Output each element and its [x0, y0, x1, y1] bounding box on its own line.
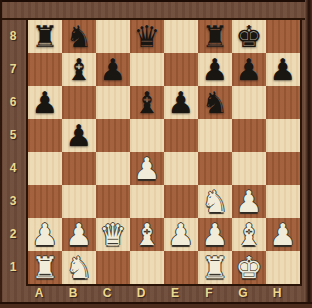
white-pawn[interactable]: ♟: [202, 218, 229, 251]
square-e5[interactable]: [164, 119, 198, 152]
square-h3[interactable]: [266, 185, 300, 218]
square-f3[interactable]: ♞: [198, 185, 232, 218]
square-d3[interactable]: [130, 185, 164, 218]
file-label-F: F: [192, 286, 226, 302]
black-rook[interactable]: ♜: [202, 20, 229, 53]
white-rook[interactable]: ♜: [202, 251, 229, 284]
square-b3[interactable]: [62, 185, 96, 218]
square-f2[interactable]: ♟: [198, 218, 232, 251]
rank-label-2: 2: [2, 218, 24, 251]
square-c3[interactable]: [96, 185, 130, 218]
square-d4[interactable]: ♟: [130, 152, 164, 185]
square-d8[interactable]: ♛: [130, 20, 164, 53]
square-b5[interactable]: ♟: [62, 119, 96, 152]
rank-label-3: 3: [2, 185, 24, 218]
square-f6[interactable]: ♞: [198, 86, 232, 119]
square-e1[interactable]: [164, 251, 198, 284]
square-d6[interactable]: ♝: [130, 86, 164, 119]
square-f8[interactable]: ♜: [198, 20, 232, 53]
square-f1[interactable]: ♜: [198, 251, 232, 284]
square-d1[interactable]: [130, 251, 164, 284]
square-g7[interactable]: ♟: [232, 53, 266, 86]
square-a1[interactable]: ♜: [28, 251, 62, 284]
black-pawn[interactable]: ♟: [270, 53, 297, 86]
square-h7[interactable]: ♟: [266, 53, 300, 86]
square-b4[interactable]: [62, 152, 96, 185]
white-bishop[interactable]: ♝: [134, 218, 161, 251]
black-pawn[interactable]: ♟: [168, 86, 195, 119]
white-king[interactable]: ♚: [236, 251, 263, 284]
rank-label-6: 6: [2, 86, 24, 119]
square-f4[interactable]: [198, 152, 232, 185]
rank-label-7: 7: [2, 53, 24, 86]
square-e8[interactable]: [164, 20, 198, 53]
chess-board-window: ♜♞♛♜♚♝♟♟♟♟♟♝♟♞♟♟♞♟♟♟♛♝♟♟♝♟♜♞♜♚ 87654321 …: [0, 0, 312, 308]
black-pawn[interactable]: ♟: [202, 53, 229, 86]
file-label-A: A: [22, 286, 56, 302]
white-pawn[interactable]: ♟: [168, 218, 195, 251]
square-e6[interactable]: ♟: [164, 86, 198, 119]
rank-label-1: 1: [2, 251, 24, 284]
white-pawn[interactable]: ♟: [236, 185, 263, 218]
square-e4[interactable]: [164, 152, 198, 185]
black-pawn[interactable]: ♟: [236, 53, 263, 86]
square-g4[interactable]: [232, 152, 266, 185]
black-king[interactable]: ♚: [236, 20, 263, 53]
square-e2[interactable]: ♟: [164, 218, 198, 251]
square-g5[interactable]: [232, 119, 266, 152]
file-label-B: B: [56, 286, 90, 302]
rank-label-4: 4: [2, 152, 24, 185]
square-a7[interactable]: [28, 53, 62, 86]
white-pawn[interactable]: ♟: [32, 218, 59, 251]
white-rook[interactable]: ♜: [32, 251, 59, 284]
square-f7[interactable]: ♟: [198, 53, 232, 86]
square-c4[interactable]: [96, 152, 130, 185]
black-pawn[interactable]: ♟: [100, 53, 127, 86]
square-a6[interactable]: ♟: [28, 86, 62, 119]
rank-label-8: 8: [2, 20, 24, 53]
square-a2[interactable]: ♟: [28, 218, 62, 251]
square-b8[interactable]: ♞: [62, 20, 96, 53]
square-b6[interactable]: [62, 86, 96, 119]
square-d2[interactable]: ♝: [130, 218, 164, 251]
black-queen[interactable]: ♛: [134, 20, 161, 53]
white-knight[interactable]: ♞: [66, 251, 93, 284]
square-g1[interactable]: ♚: [232, 251, 266, 284]
square-h1[interactable]: [266, 251, 300, 284]
square-c1[interactable]: [96, 251, 130, 284]
square-b2[interactable]: ♟: [62, 218, 96, 251]
white-pawn[interactable]: ♟: [66, 218, 93, 251]
square-c7[interactable]: ♟: [96, 53, 130, 86]
square-a8[interactable]: ♜: [28, 20, 62, 53]
file-label-G: G: [226, 286, 260, 302]
black-pawn[interactable]: ♟: [66, 119, 93, 152]
frame-edge-bottom: [0, 302, 312, 308]
square-c2[interactable]: ♛: [96, 218, 130, 251]
square-d7[interactable]: [130, 53, 164, 86]
square-g2[interactable]: ♝: [232, 218, 266, 251]
rank-label-5: 5: [2, 119, 24, 152]
square-h8[interactable]: [266, 20, 300, 53]
square-h5[interactable]: [266, 119, 300, 152]
square-h4[interactable]: [266, 152, 300, 185]
square-e7[interactable]: [164, 53, 198, 86]
white-knight[interactable]: ♞: [202, 185, 229, 218]
square-g8[interactable]: ♚: [232, 20, 266, 53]
chess-board: ♜♞♛♜♚♝♟♟♟♟♟♝♟♞♟♟♞♟♟♟♛♝♟♟♝♟♜♞♜♚: [26, 18, 302, 286]
square-g6[interactable]: [232, 86, 266, 119]
white-bishop[interactable]: ♝: [236, 218, 263, 251]
square-e3[interactable]: [164, 185, 198, 218]
black-bishop[interactable]: ♝: [134, 86, 161, 119]
square-a4[interactable]: [28, 152, 62, 185]
square-b1[interactable]: ♞: [62, 251, 96, 284]
square-a3[interactable]: [28, 185, 62, 218]
square-d5[interactable]: [130, 119, 164, 152]
square-c8[interactable]: [96, 20, 130, 53]
square-b7[interactable]: ♝: [62, 53, 96, 86]
black-knight[interactable]: ♞: [202, 86, 229, 119]
square-c6[interactable]: [96, 86, 130, 119]
white-queen[interactable]: ♛: [100, 218, 127, 251]
file-label-H: H: [260, 286, 294, 302]
black-rook[interactable]: ♜: [32, 20, 59, 53]
file-label-D: D: [124, 286, 158, 302]
file-label-C: C: [90, 286, 124, 302]
white-pawn[interactable]: ♟: [134, 152, 161, 185]
black-pawn[interactable]: ♟: [32, 86, 59, 119]
square-c5[interactable]: [96, 119, 130, 152]
white-pawn[interactable]: ♟: [270, 218, 297, 251]
square-a5[interactable]: [28, 119, 62, 152]
black-bishop[interactable]: ♝: [66, 53, 93, 86]
square-h6[interactable]: [266, 86, 300, 119]
frame-edge-top: [0, 0, 312, 2]
file-label-E: E: [158, 286, 192, 302]
frame-edge-right: [305, 0, 312, 308]
square-h2[interactable]: ♟: [266, 218, 300, 251]
square-g3[interactable]: ♟: [232, 185, 266, 218]
square-f5[interactable]: [198, 119, 232, 152]
black-knight[interactable]: ♞: [66, 20, 93, 53]
